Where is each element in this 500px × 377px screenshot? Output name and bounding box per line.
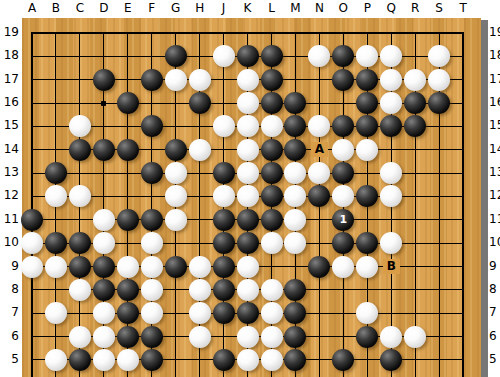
stone-white-k12[interactable] bbox=[237, 185, 259, 207]
row-label-left-15: 15 bbox=[0, 118, 19, 134]
stone-black-c10[interactable] bbox=[69, 232, 91, 254]
col-label-P: P bbox=[355, 1, 379, 15]
stone-white-p9[interactable] bbox=[356, 256, 378, 278]
stone-white-l6[interactable] bbox=[261, 326, 283, 348]
stone-black-g18[interactable] bbox=[165, 45, 187, 67]
stone-white-l5[interactable] bbox=[261, 349, 283, 371]
stone-white-d11[interactable] bbox=[93, 209, 115, 231]
stone-black-e16[interactable] bbox=[117, 92, 139, 114]
stone-white-k17[interactable] bbox=[237, 69, 259, 91]
row-label-left-12: 12 bbox=[0, 188, 19, 204]
stone-white-f7[interactable] bbox=[141, 302, 163, 324]
stone-white-j15[interactable] bbox=[213, 115, 235, 137]
stone-black-g14[interactable] bbox=[165, 139, 187, 161]
col-label-A: A bbox=[20, 1, 44, 15]
stone-white-l8[interactable] bbox=[261, 279, 283, 301]
stone-black-l14[interactable] bbox=[261, 139, 283, 161]
stone-white-l15[interactable] bbox=[261, 115, 283, 137]
row-label-right-17: 17 bbox=[489, 72, 500, 88]
row-label-right-6: 6 bbox=[489, 329, 500, 345]
col-label-C: C bbox=[68, 1, 92, 15]
col-label-S: S bbox=[427, 1, 451, 15]
stone-white-c8[interactable] bbox=[69, 279, 91, 301]
stone-black-c14[interactable] bbox=[69, 139, 91, 161]
stone-black-a11[interactable] bbox=[21, 209, 43, 231]
stone-black-j13[interactable] bbox=[213, 162, 235, 184]
stone-white-d7[interactable] bbox=[93, 302, 115, 324]
col-label-B: B bbox=[44, 1, 68, 15]
stone-white-d10[interactable] bbox=[93, 232, 115, 254]
stone-black-e6[interactable] bbox=[117, 326, 139, 348]
stone-black-l12[interactable] bbox=[261, 185, 283, 207]
stone-black-j9[interactable] bbox=[213, 256, 235, 278]
stone-black-o11[interactable]: 1 bbox=[332, 209, 354, 231]
row-label-left-16: 16 bbox=[0, 95, 19, 111]
stone-black-m6[interactable] bbox=[284, 326, 306, 348]
grid-vline-T bbox=[462, 32, 464, 377]
col-label-N: N bbox=[307, 1, 331, 15]
stone-black-h16[interactable] bbox=[189, 92, 211, 114]
col-label-T: T bbox=[451, 1, 475, 15]
stone-white-h7[interactable] bbox=[189, 302, 211, 324]
stone-black-f13[interactable] bbox=[141, 162, 163, 184]
stone-black-j11[interactable] bbox=[213, 209, 235, 231]
stone-white-f8[interactable] bbox=[141, 279, 163, 301]
stone-black-f11[interactable] bbox=[141, 209, 163, 231]
stone-black-c5[interactable] bbox=[69, 349, 91, 371]
row-label-right-7: 7 bbox=[489, 305, 500, 321]
stone-white-q17[interactable] bbox=[380, 69, 402, 91]
point-label-b: B bbox=[383, 259, 400, 274]
stone-white-j12[interactable] bbox=[213, 185, 235, 207]
stone-black-j5[interactable] bbox=[213, 349, 235, 371]
stone-white-a9[interactable] bbox=[21, 256, 43, 278]
col-label-M: M bbox=[283, 1, 307, 15]
stone-white-s17[interactable] bbox=[428, 69, 450, 91]
stone-black-k7[interactable] bbox=[237, 302, 259, 324]
stone-white-r17[interactable] bbox=[404, 69, 426, 91]
stone-black-b10[interactable] bbox=[45, 232, 67, 254]
point-label-a: A bbox=[311, 142, 328, 157]
row-label-left-13: 13 bbox=[0, 165, 19, 181]
stone-black-f17[interactable] bbox=[141, 69, 163, 91]
stone-black-j10[interactable] bbox=[213, 232, 235, 254]
stone-white-h8[interactable] bbox=[189, 279, 211, 301]
stone-black-p6[interactable] bbox=[356, 326, 378, 348]
stone-white-h17[interactable] bbox=[189, 69, 211, 91]
stone-white-r6[interactable] bbox=[404, 326, 426, 348]
stone-white-d6[interactable] bbox=[93, 326, 115, 348]
row-label-right-18: 18 bbox=[489, 48, 500, 64]
row-label-right-13: 13 bbox=[489, 165, 500, 181]
go-board-screenshot: ABCDEFGHJKLMNOPQRST191918181717161615151… bbox=[0, 0, 500, 377]
row-label-left-7: 7 bbox=[0, 305, 19, 321]
row-label-right-16: 16 bbox=[489, 95, 500, 111]
row-label-right-5: 5 bbox=[489, 352, 500, 368]
col-label-Q: Q bbox=[379, 1, 403, 15]
stone-black-l13[interactable] bbox=[261, 162, 283, 184]
board-shadow bbox=[481, 20, 488, 377]
stone-white-b9[interactable] bbox=[45, 256, 67, 278]
stone-black-e7[interactable] bbox=[117, 302, 139, 324]
stone-white-b5[interactable] bbox=[45, 349, 67, 371]
stone-white-f9[interactable] bbox=[141, 256, 163, 278]
row-label-right-10: 10 bbox=[489, 235, 500, 251]
stone-black-j8[interactable] bbox=[213, 279, 235, 301]
stone-white-o9[interactable] bbox=[332, 256, 354, 278]
row-label-left-18: 18 bbox=[0, 48, 19, 64]
grid-vline-A bbox=[31, 32, 33, 377]
stone-white-k13[interactable] bbox=[237, 162, 259, 184]
stone-black-e14[interactable] bbox=[117, 139, 139, 161]
stone-white-j18[interactable] bbox=[213, 45, 235, 67]
col-label-O: O bbox=[331, 1, 355, 15]
col-label-K: K bbox=[236, 1, 260, 15]
stone-white-g11[interactable] bbox=[165, 209, 187, 231]
stone-white-k8[interactable] bbox=[237, 279, 259, 301]
move-number-label: 1 bbox=[332, 209, 354, 231]
row-label-left-10: 10 bbox=[0, 235, 19, 251]
stone-white-g12[interactable] bbox=[165, 185, 187, 207]
stone-white-k16[interactable] bbox=[237, 92, 259, 114]
row-label-left-14: 14 bbox=[0, 142, 19, 158]
star-point-d16 bbox=[101, 101, 106, 106]
stone-white-h9[interactable] bbox=[189, 256, 211, 278]
row-label-left-5: 5 bbox=[0, 352, 19, 368]
row-label-left-19: 19 bbox=[0, 25, 19, 41]
row-label-left-9: 9 bbox=[0, 259, 19, 275]
col-label-R: R bbox=[403, 1, 427, 15]
stone-black-f6[interactable] bbox=[141, 326, 163, 348]
stone-black-k11[interactable] bbox=[237, 209, 259, 231]
stone-white-a10[interactable] bbox=[21, 232, 43, 254]
col-label-D: D bbox=[92, 1, 116, 15]
stone-white-b7[interactable] bbox=[45, 302, 67, 324]
stone-black-l16[interactable] bbox=[261, 92, 283, 114]
stone-white-d5[interactable] bbox=[93, 349, 115, 371]
row-label-right-15: 15 bbox=[489, 118, 500, 134]
stone-black-n9[interactable] bbox=[308, 256, 330, 278]
col-label-H: H bbox=[188, 1, 212, 15]
stone-black-d14[interactable] bbox=[93, 139, 115, 161]
stone-black-d8[interactable] bbox=[93, 279, 115, 301]
stone-white-q6[interactable] bbox=[380, 326, 402, 348]
row-label-right-12: 12 bbox=[489, 188, 500, 204]
stone-white-e5[interactable] bbox=[117, 349, 139, 371]
stone-white-c6[interactable] bbox=[69, 326, 91, 348]
stone-white-o14[interactable] bbox=[332, 139, 354, 161]
stone-black-e11[interactable] bbox=[117, 209, 139, 231]
row-label-right-8: 8 bbox=[489, 282, 500, 298]
stone-white-g13[interactable] bbox=[165, 162, 187, 184]
stone-white-l10[interactable] bbox=[261, 232, 283, 254]
stone-black-q5[interactable] bbox=[380, 349, 402, 371]
stone-white-k6[interactable] bbox=[237, 326, 259, 348]
stone-white-l7[interactable] bbox=[261, 302, 283, 324]
stone-white-p14[interactable] bbox=[356, 139, 378, 161]
stone-black-k18[interactable] bbox=[237, 45, 259, 67]
row-label-left-8: 8 bbox=[0, 282, 19, 298]
stone-black-d17[interactable] bbox=[93, 69, 115, 91]
row-label-right-19: 19 bbox=[489, 25, 500, 41]
stone-black-p17[interactable] bbox=[356, 69, 378, 91]
row-label-right-11: 11 bbox=[489, 212, 500, 228]
stone-black-l18[interactable] bbox=[261, 45, 283, 67]
stone-white-k14[interactable] bbox=[237, 139, 259, 161]
col-label-L: L bbox=[260, 1, 284, 15]
col-label-G: G bbox=[164, 1, 188, 15]
stone-black-f5[interactable] bbox=[141, 349, 163, 371]
stone-black-e8[interactable] bbox=[117, 279, 139, 301]
col-label-E: E bbox=[116, 1, 140, 15]
stone-white-h6[interactable] bbox=[189, 326, 211, 348]
stone-white-e9[interactable] bbox=[117, 256, 139, 278]
stone-black-l11[interactable] bbox=[261, 209, 283, 231]
row-label-left-17: 17 bbox=[0, 72, 19, 88]
stone-black-k10[interactable] bbox=[237, 232, 259, 254]
stone-white-k15[interactable] bbox=[237, 115, 259, 137]
stone-black-l17[interactable] bbox=[261, 69, 283, 91]
row-label-left-11: 11 bbox=[0, 212, 19, 228]
stone-black-o17[interactable] bbox=[332, 69, 354, 91]
stone-white-k5[interactable] bbox=[237, 349, 259, 371]
row-label-left-6: 6 bbox=[0, 329, 19, 345]
col-label-F: F bbox=[140, 1, 164, 15]
row-label-right-14: 14 bbox=[489, 142, 500, 158]
stone-black-c9[interactable] bbox=[69, 256, 91, 278]
stone-white-g17[interactable] bbox=[165, 69, 187, 91]
stone-black-f15[interactable] bbox=[141, 115, 163, 137]
stone-white-k9[interactable] bbox=[237, 256, 259, 278]
col-label-J: J bbox=[212, 1, 236, 15]
stone-black-d9[interactable] bbox=[93, 256, 115, 278]
stone-black-b13[interactable] bbox=[45, 162, 67, 184]
stone-black-g9[interactable] bbox=[165, 256, 187, 278]
row-label-right-9: 9 bbox=[489, 259, 500, 275]
stone-white-h14[interactable] bbox=[189, 139, 211, 161]
stone-black-j7[interactable] bbox=[213, 302, 235, 324]
stone-white-f10[interactable] bbox=[141, 232, 163, 254]
